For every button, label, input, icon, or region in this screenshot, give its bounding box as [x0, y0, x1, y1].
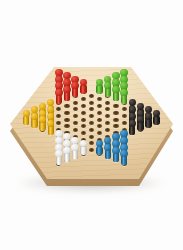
- peg-blue[interactable]: [120, 150, 128, 165]
- peg-head: [120, 89, 127, 96]
- peg-head: [129, 120, 136, 127]
- peg-yellow[interactable]: [39, 116, 47, 131]
- peg-yellow[interactable]: [22, 110, 30, 125]
- photo-scene: [0, 0, 183, 250]
- peg-white[interactable]: [79, 140, 87, 155]
- peg-head: [71, 144, 78, 151]
- peg-red[interactable]: [79, 79, 87, 94]
- peg-body: [137, 122, 143, 132]
- peg-head: [120, 150, 127, 157]
- peg-black[interactable]: [136, 116, 144, 131]
- peg-red[interactable]: [55, 89, 63, 104]
- peg-body: [72, 88, 78, 98]
- peg-body: [105, 88, 111, 98]
- peg-head: [112, 147, 119, 154]
- peg-white[interactable]: [71, 144, 79, 159]
- chinese-checkers-board: [8, 63, 176, 198]
- peg-yellow[interactable]: [47, 120, 55, 135]
- peg-yellow[interactable]: [30, 113, 38, 128]
- peg-green[interactable]: [120, 89, 128, 104]
- peg-head: [63, 147, 70, 154]
- peg-blue[interactable]: [104, 144, 112, 159]
- peg-body: [56, 156, 62, 166]
- peg-body: [39, 122, 45, 132]
- peg-red[interactable]: [63, 86, 71, 101]
- peg-blue[interactable]: [96, 140, 104, 155]
- peg-blue[interactable]: [112, 147, 120, 162]
- peg-white[interactable]: [55, 150, 63, 165]
- peg-green[interactable]: [104, 82, 112, 97]
- peg-black[interactable]: [128, 120, 136, 135]
- peg-white[interactable]: [63, 147, 71, 162]
- peg-black[interactable]: [153, 110, 161, 125]
- peg-red[interactable]: [71, 82, 79, 97]
- peg-head: [71, 82, 78, 89]
- peg-green[interactable]: [112, 86, 120, 101]
- peg-head: [23, 110, 30, 117]
- peg-body: [121, 156, 127, 166]
- pegs-layer: [8, 63, 176, 198]
- peg-head: [153, 110, 160, 117]
- peg-head: [112, 86, 119, 93]
- peg-head: [63, 86, 70, 93]
- peg-head: [55, 89, 62, 96]
- peg-head: [80, 79, 87, 86]
- peg-black[interactable]: [145, 113, 153, 128]
- peg-green[interactable]: [96, 79, 104, 94]
